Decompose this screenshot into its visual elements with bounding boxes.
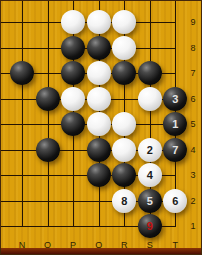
row-label-6: 6 [185, 94, 201, 104]
stone-black-R3[interactable] [112, 163, 136, 187]
row-label-7: 7 [185, 68, 201, 78]
go-board-screenshot: 312748569 987654321 NOPQRST [0, 0, 202, 255]
grid-line-col-O [48, 1, 49, 227]
move-number-1: 1 [163, 112, 187, 136]
row-label-1: 1 [185, 221, 201, 231]
row-label-3: 3 [185, 170, 201, 180]
stone-black-S2[interactable]: 5 [138, 189, 162, 213]
row-label-5: 5 [185, 119, 201, 129]
move-number-3: 3 [163, 87, 187, 111]
move-number-2: 2 [138, 138, 162, 162]
stone-white-T2[interactable]: 6 [163, 189, 187, 213]
stone-black-P7[interactable] [61, 61, 85, 85]
stone-white-Q9[interactable] [87, 10, 111, 34]
move-number-6: 6 [163, 189, 187, 213]
stone-white-P6[interactable] [61, 87, 85, 111]
stone-white-Q5[interactable] [87, 112, 111, 136]
move-number-9: 9 [138, 214, 162, 238]
stone-black-N7[interactable] [10, 61, 34, 85]
stone-black-Q4[interactable] [87, 138, 111, 162]
grid-line-col-N [22, 1, 23, 227]
stone-white-S3[interactable]: 4 [138, 163, 162, 187]
stone-black-O4[interactable] [36, 138, 60, 162]
stone-white-R8[interactable] [112, 36, 136, 60]
stone-white-R2[interactable]: 8 [112, 189, 136, 213]
stone-white-P9[interactable] [61, 10, 85, 34]
stone-black-Q3[interactable] [87, 163, 111, 187]
stone-white-R9[interactable] [112, 10, 136, 34]
stone-white-Q6[interactable] [87, 87, 111, 111]
stone-black-S1[interactable]: 9 [138, 214, 162, 238]
board-bottom-edge [1, 248, 201, 254]
row-label-9: 9 [185, 17, 201, 27]
stone-black-P8[interactable] [61, 36, 85, 60]
stone-white-R4[interactable] [112, 138, 136, 162]
row-label-8: 8 [185, 43, 201, 53]
move-number-5: 5 [138, 189, 162, 213]
stone-black-P5[interactable] [61, 112, 85, 136]
stone-black-O6[interactable] [36, 87, 60, 111]
move-number-7: 7 [163, 138, 187, 162]
stone-white-S4[interactable]: 2 [138, 138, 162, 162]
move-number-4: 4 [138, 163, 162, 187]
stone-black-R7[interactable] [112, 61, 136, 85]
stone-white-S6[interactable] [138, 87, 162, 111]
stone-white-Q7[interactable] [87, 61, 111, 85]
stone-black-T4[interactable]: 7 [163, 138, 187, 162]
stone-black-T5[interactable]: 1 [163, 112, 187, 136]
stone-black-S7[interactable] [138, 61, 162, 85]
row-label-4: 4 [185, 145, 201, 155]
move-number-8: 8 [112, 189, 136, 213]
row-label-2: 2 [185, 196, 201, 206]
stone-black-Q8[interactable] [87, 36, 111, 60]
stone-black-T6[interactable]: 3 [163, 87, 187, 111]
stone-white-R5[interactable] [112, 112, 136, 136]
